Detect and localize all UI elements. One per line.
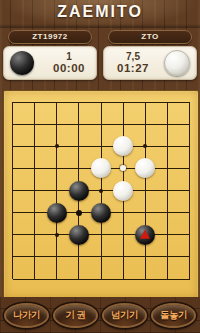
black-stone-icon	[10, 51, 34, 75]
white-stone	[135, 158, 155, 178]
black-stone	[69, 225, 89, 245]
title-bar-shade	[0, 24, 200, 28]
last-move-triangle-icon	[140, 230, 150, 239]
capture-marker-black-dot	[76, 210, 82, 216]
black-player-info: 1 00:00	[3, 46, 97, 80]
white-player-stats: 7,5 01:27	[110, 51, 152, 76]
exit-button[interactable]: 나가기	[4, 303, 49, 328]
grid-line-vertical	[145, 102, 146, 279]
player-panel-black: ZT19972 1 00:00	[3, 30, 97, 80]
white-stone	[113, 181, 133, 201]
black-stone	[69, 181, 89, 201]
star-point	[143, 144, 147, 148]
black-clock: 00:00	[50, 62, 88, 75]
title-bar: ZAEMITO	[0, 0, 200, 28]
white-stone	[91, 158, 111, 178]
white-player-name: ZTO	[108, 30, 192, 44]
black-player-name: ZT19972	[8, 30, 92, 44]
star-point	[55, 144, 59, 148]
app-screen: ZAEMITO ZT19972 1 00:00 ZTO 7,5 01:27	[0, 0, 200, 333]
resign-button[interactable]: 기 권	[53, 303, 98, 328]
place-stone-button[interactable]: 돌놓기	[151, 303, 196, 328]
black-player-stats: 1 00:00	[50, 51, 90, 76]
app-title: ZAEMITO	[0, 3, 200, 21]
grid-line-horizontal	[13, 256, 190, 257]
grid-line-vertical	[189, 102, 190, 279]
white-komi: 7,5	[114, 51, 152, 63]
black-stone	[135, 225, 155, 245]
goban-grid	[13, 102, 190, 279]
black-stone	[91, 203, 111, 223]
white-stone	[113, 136, 133, 156]
star-point	[55, 233, 59, 237]
action-buttons: 나가기 기 권 넘기기 돌놓기	[0, 303, 200, 328]
white-player-info: 7,5 01:27	[103, 46, 197, 80]
black-capture-count: 1	[50, 51, 88, 63]
grid-line-horizontal	[13, 234, 190, 235]
pass-button[interactable]: 넘기기	[102, 303, 147, 328]
grid-line-horizontal	[13, 279, 190, 280]
player-panel-white: ZTO 7,5 01:27	[103, 30, 197, 80]
white-stone-icon	[164, 50, 190, 76]
capture-marker-white-dot	[120, 165, 126, 171]
go-board[interactable]	[3, 90, 199, 299]
white-clock: 01:27	[114, 62, 152, 75]
black-stone	[47, 203, 67, 223]
star-point	[99, 189, 103, 193]
player-panels: ZT19972 1 00:00 ZTO 7,5 01:27	[0, 30, 200, 80]
grid-line-vertical	[167, 102, 168, 279]
